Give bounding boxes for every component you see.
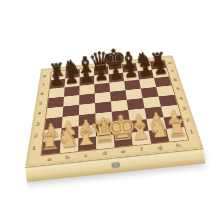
square-c4 xyxy=(79,103,95,115)
square-f5 xyxy=(125,89,142,100)
square-e1: ♚ xyxy=(114,133,133,148)
perspective-wrapper: ♜♞♝♛♚♝♞♜♟♟♟♟♟♟♟♟♟♟♟♟♟♟♟♟♜♞♝♛♚♝♞♜ abcdefg… xyxy=(27,20,194,185)
latch-icon xyxy=(111,162,120,169)
square-g5 xyxy=(141,87,159,98)
file-label-e: e xyxy=(114,148,133,155)
square-c3 xyxy=(79,113,96,126)
square-a7: ♟ xyxy=(50,79,66,89)
file-label-g: g xyxy=(150,144,170,151)
square-c1: ♝ xyxy=(78,136,96,151)
square-e5 xyxy=(110,90,127,101)
file-label-d: d xyxy=(95,150,114,157)
board-grid: ♜♞♝♛♚♝♞♜♟♟♟♟♟♟♟♟♟♟♟♟♟♟♟♟♜♞♝♛♚♝♞♜ xyxy=(40,60,189,156)
square-b1: ♞ xyxy=(60,138,79,153)
square-h1: ♜ xyxy=(166,127,187,141)
scene: ♜♞♝♛♚♝♞♜♟♟♟♟♟♟♟♟♟♟♟♟♟♟♟♟♜♞♝♛♚♝♞♜ abcdefg… xyxy=(27,20,194,185)
square-d3 xyxy=(95,112,112,125)
rank-label-1: 1 xyxy=(27,141,41,155)
file-label-c: c xyxy=(77,152,96,159)
square-d1: ♛ xyxy=(96,135,115,150)
chess-set-product-photo: ♜♞♝♛♚♝♞♜♟♟♟♟♟♟♟♟♟♟♟♟♟♟♟♟♜♞♝♛♚♝♞♜ abcdefg… xyxy=(0,0,220,200)
square-e6 xyxy=(109,81,125,92)
file-label-h: h xyxy=(169,142,189,149)
square-f1: ♝ xyxy=(131,131,151,145)
square-b5 xyxy=(63,95,79,106)
square-a1: ♜ xyxy=(42,140,61,155)
square-a5 xyxy=(47,97,64,108)
square-c5 xyxy=(79,93,95,104)
file-label-f: f xyxy=(132,146,151,153)
file-label-a: a xyxy=(40,156,59,163)
square-d5 xyxy=(95,92,111,103)
chess-board: ♜♞♝♛♚♝♞♜♟♟♟♟♟♟♟♟♟♟♟♟♟♟♟♟♜♞♝♛♚♝♞♜ abcdefg… xyxy=(25,55,203,167)
file-label-b: b xyxy=(58,154,77,161)
